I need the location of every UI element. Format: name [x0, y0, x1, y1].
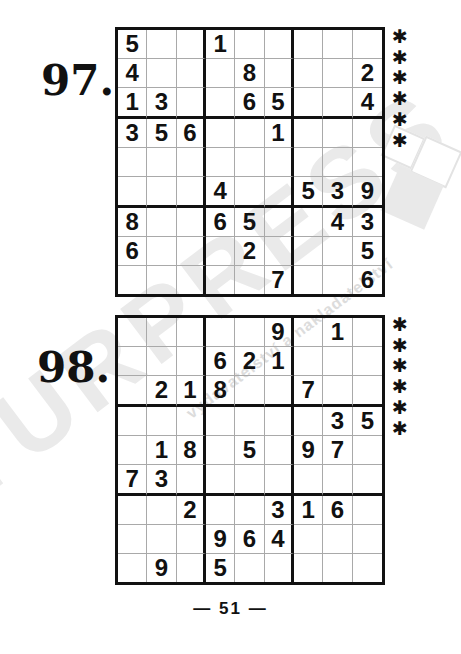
cell-r2c4 [206, 59, 235, 88]
cell-r3c7: 7 [294, 376, 323, 407]
cell-r1c8 [323, 30, 352, 59]
cell-r2c9: 2 [353, 59, 382, 88]
cell-r5c5 [235, 148, 264, 177]
cell-r4c8 [323, 119, 352, 148]
cell-r3c5 [235, 376, 264, 407]
cell-r8c6 [265, 237, 294, 266]
cell-r3c1 [118, 376, 147, 407]
cell-r5c2: 1 [147, 436, 176, 465]
cell-r4c5 [235, 407, 264, 436]
cell-r4c6 [265, 407, 294, 436]
cell-r7c5 [235, 496, 264, 525]
difficulty-star-icon: ✱ [392, 376, 408, 397]
cell-r4c3 [177, 407, 206, 436]
cell-r4c1: 3 [118, 119, 147, 148]
cell-r5c3: 8 [177, 436, 206, 465]
cell-r5c7: 9 [294, 436, 323, 465]
cell-r4c5 [235, 119, 264, 148]
sudoku-board-98: 916212187351859773231696495 [115, 315, 385, 585]
cell-r7c7: 1 [294, 496, 323, 525]
cell-r6c2 [147, 177, 176, 208]
cell-r7c6 [265, 208, 294, 237]
cell-r4c9: 5 [353, 407, 382, 436]
cell-r1c7 [294, 318, 323, 347]
cell-r9c3 [177, 554, 206, 582]
cell-r3c8 [323, 376, 352, 407]
puzzle-number-label: 98. [37, 347, 110, 389]
difficulty-star-icon: ✱ [392, 355, 408, 376]
cell-r5c8 [323, 148, 352, 177]
cell-r3c6: 5 [265, 88, 294, 119]
cell-r1c5 [235, 30, 264, 59]
cell-r9c2 [147, 266, 176, 295]
cell-r5c4 [206, 436, 235, 465]
cell-r9c7 [294, 554, 323, 582]
cell-r6c3 [177, 177, 206, 208]
cell-r8c7 [294, 525, 323, 554]
cell-r5c4 [206, 148, 235, 177]
cell-r4c1 [118, 407, 147, 436]
cell-r4c2 [147, 407, 176, 436]
cell-r5c3 [177, 148, 206, 177]
cell-r5c6 [265, 148, 294, 177]
cell-r5c1 [118, 148, 147, 177]
cell-r4c7 [294, 119, 323, 148]
cell-r3c1: 1 [118, 88, 147, 119]
cell-r9c3 [177, 266, 206, 295]
difficulty-star-icon: ✱ [392, 314, 408, 335]
sudoku-board-97: 5148213654356145398654362576 [115, 27, 385, 297]
cell-r2c2 [147, 347, 176, 376]
cell-r8c3 [177, 237, 206, 266]
book-page: TURPRESS vydavatelství a nakladatelství … [0, 0, 461, 654]
cell-r4c7 [294, 407, 323, 436]
cell-r1c7 [294, 30, 323, 59]
cell-r8c6: 4 [265, 525, 294, 554]
cell-r3c3: 1 [177, 376, 206, 407]
cell-r2c2 [147, 59, 176, 88]
cell-r1c4: 1 [206, 30, 235, 59]
cell-r5c8: 7 [323, 436, 352, 465]
cell-r2c5: 2 [235, 347, 264, 376]
cell-r7c1: 8 [118, 208, 147, 237]
cell-r9c1 [118, 554, 147, 582]
cell-r6c6 [265, 465, 294, 496]
cell-r2c7 [294, 347, 323, 376]
cell-r8c1: 6 [118, 237, 147, 266]
cell-r7c8: 6 [323, 496, 352, 525]
cell-r3c6 [265, 376, 294, 407]
cell-r4c9 [353, 119, 382, 148]
cell-r6c4 [206, 465, 235, 496]
cell-r6c9: 9 [353, 177, 382, 208]
cell-r5c2 [147, 148, 176, 177]
cell-r7c8: 4 [323, 208, 352, 237]
cell-r2c8 [323, 59, 352, 88]
cell-r8c9: 5 [353, 237, 382, 266]
cell-r7c1 [118, 496, 147, 525]
cell-r8c5: 2 [235, 237, 264, 266]
cell-r6c9 [353, 465, 382, 496]
cell-r8c8 [323, 237, 352, 266]
cell-r8c5: 6 [235, 525, 264, 554]
cell-r3c7 [294, 88, 323, 119]
cell-r5c7 [294, 148, 323, 177]
cell-r2c3 [177, 59, 206, 88]
cell-r1c6 [265, 30, 294, 59]
cell-r3c2: 2 [147, 376, 176, 407]
cell-r9c8 [323, 554, 352, 582]
difficulty-star-icon: ✱ [392, 335, 408, 356]
cell-r6c4: 4 [206, 177, 235, 208]
cell-r6c5 [235, 465, 264, 496]
cell-r6c5 [235, 177, 264, 208]
cell-r8c8 [323, 525, 352, 554]
cell-r4c4 [206, 407, 235, 436]
cell-r9c5 [235, 266, 264, 295]
cell-r9c4: 5 [206, 554, 235, 582]
cell-r1c9 [353, 30, 382, 59]
cell-r1c2 [147, 318, 176, 347]
cell-r1c6: 9 [265, 318, 294, 347]
difficulty-star-icon: ✱ [392, 109, 408, 130]
puzzle-number-label: 97. [41, 60, 114, 102]
cell-r6c7: 5 [294, 177, 323, 208]
difficulty-star-icon: ✱ [392, 130, 408, 151]
cell-r9c5 [235, 554, 264, 582]
difficulty-star-icon: ✱ [392, 418, 408, 439]
cell-r3c8 [323, 88, 352, 119]
cell-r8c2 [147, 237, 176, 266]
cell-r8c3 [177, 525, 206, 554]
cell-r5c6 [265, 436, 294, 465]
cell-r1c3 [177, 318, 206, 347]
cell-r4c4 [206, 119, 235, 148]
cell-r7c9: 3 [353, 208, 382, 237]
cell-r2c9 [353, 347, 382, 376]
cell-r7c3: 2 [177, 496, 206, 525]
cell-r7c4 [206, 496, 235, 525]
cell-r2c3 [177, 347, 206, 376]
cell-r4c6: 1 [265, 119, 294, 148]
cell-r9c6: 7 [265, 266, 294, 295]
cell-r7c2 [147, 496, 176, 525]
cell-r5c9 [353, 436, 382, 465]
cell-r6c1: 7 [118, 465, 147, 496]
cell-r2c1: 4 [118, 59, 147, 88]
cell-r4c8: 3 [323, 407, 352, 436]
cell-r6c7 [294, 465, 323, 496]
cell-r7c3 [177, 208, 206, 237]
difficulty-stars-98: ✱✱✱✱✱✱ [388, 314, 412, 438]
cell-r5c9 [353, 148, 382, 177]
cell-r9c9: 6 [353, 266, 382, 295]
cell-r8c2 [147, 525, 176, 554]
cell-r8c4: 9 [206, 525, 235, 554]
cell-r7c2 [147, 208, 176, 237]
difficulty-star-icon: ✱ [392, 47, 408, 68]
cell-r7c4: 6 [206, 208, 235, 237]
difficulty-star-icon: ✱ [392, 88, 408, 109]
cell-r3c9: 4 [353, 88, 382, 119]
difficulty-star-icon: ✱ [392, 67, 408, 88]
cell-r6c1 [118, 177, 147, 208]
cell-r9c8 [323, 266, 352, 295]
page-number: — 51 — [0, 599, 461, 619]
cell-r2c5: 8 [235, 59, 264, 88]
cell-r4c3: 6 [177, 119, 206, 148]
cell-r2c7 [294, 59, 323, 88]
cell-r2c6: 1 [265, 347, 294, 376]
cell-r9c6 [265, 554, 294, 582]
cell-r7c7 [294, 208, 323, 237]
cell-r8c1 [118, 525, 147, 554]
cell-r6c8: 3 [323, 177, 352, 208]
cell-r3c3 [177, 88, 206, 119]
cell-r1c9 [353, 318, 382, 347]
cell-r6c3 [177, 465, 206, 496]
cell-r4c2: 5 [147, 119, 176, 148]
cell-r3c2: 3 [147, 88, 176, 119]
cell-r6c6 [265, 177, 294, 208]
cell-r6c8 [323, 465, 352, 496]
difficulty-star-icon: ✱ [392, 26, 408, 47]
cell-r6c2: 3 [147, 465, 176, 496]
cell-r7c6: 3 [265, 496, 294, 525]
cell-r7c9 [353, 496, 382, 525]
cell-r1c1 [118, 318, 147, 347]
cell-r8c7 [294, 237, 323, 266]
cell-r1c3 [177, 30, 206, 59]
cell-r2c6 [265, 59, 294, 88]
cell-r1c5 [235, 318, 264, 347]
cell-r8c4 [206, 237, 235, 266]
cell-r3c4: 8 [206, 376, 235, 407]
cell-r1c2 [147, 30, 176, 59]
cell-r3c5: 6 [235, 88, 264, 119]
cell-r9c7 [294, 266, 323, 295]
cell-r9c2: 9 [147, 554, 176, 582]
cell-r3c9 [353, 376, 382, 407]
cell-r2c4: 6 [206, 347, 235, 376]
cell-r9c4 [206, 266, 235, 295]
cell-r5c5: 5 [235, 436, 264, 465]
cell-r9c1 [118, 266, 147, 295]
cell-r2c8 [323, 347, 352, 376]
difficulty-stars-97: ✱✱✱✱✱✱ [388, 26, 412, 150]
cell-r1c1: 5 [118, 30, 147, 59]
cell-r8c9 [353, 525, 382, 554]
cell-r7c5: 5 [235, 208, 264, 237]
cell-r5c1 [118, 436, 147, 465]
cell-r1c4 [206, 318, 235, 347]
cell-r1c8: 1 [323, 318, 352, 347]
cell-r3c4 [206, 88, 235, 119]
difficulty-star-icon: ✱ [392, 397, 408, 418]
cell-r2c1 [118, 347, 147, 376]
cell-r9c9 [353, 554, 382, 582]
